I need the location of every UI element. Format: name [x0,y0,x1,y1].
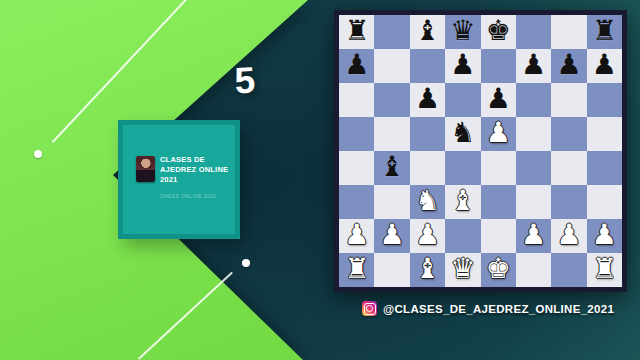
square-d2 [445,219,480,253]
square-f7: ♟ [516,49,551,83]
piece-black-b-c8: ♝ [415,17,440,45]
square-b4: ♝ [374,151,409,185]
square-b6 [374,83,409,117]
square-b3 [374,185,409,219]
square-d3: ♝ [445,185,480,219]
square-c5 [410,117,445,151]
square-a4 [339,151,374,185]
channel-title-line2: AJEDREZ ONLINE [160,165,234,175]
channel-title-line3: 2021 [160,175,234,185]
square-g5 [551,117,586,151]
square-g6 [551,83,586,117]
square-e4 [481,151,516,185]
square-h6 [587,83,622,117]
square-a1: ♜ [339,253,374,287]
piece-white-r-a1: ♜ [344,255,369,283]
piece-white-p-c2: ♟ [415,221,440,249]
square-g2: ♟ [551,219,586,253]
square-e3 [481,185,516,219]
square-d6 [445,83,480,117]
channel-title: CLASES DE AJEDREZ ONLINE 2021 [160,155,234,185]
square-h1: ♜ [587,253,622,287]
square-d4 [445,151,480,185]
square-c1: ♝ [410,253,445,287]
square-a3 [339,185,374,219]
piece-black-p-e6: ♟ [486,85,511,113]
channel-subtitle: CHESS ONLINE 2021 [160,193,234,199]
square-f1 [516,253,551,287]
square-c2: ♟ [410,219,445,253]
square-a8: ♜ [339,15,374,49]
square-h8: ♜ [587,15,622,49]
piece-white-k-e1: ♚ [486,255,511,283]
piece-white-b-c1: ♝ [415,255,440,283]
square-f8 [516,15,551,49]
piece-white-p-b2: ♟ [380,221,405,249]
piece-black-p-h7: ♟ [592,51,617,79]
episode-number: 5 [225,59,265,103]
chess-board: ♜♝♛♚♜♟♟♟♟♟♟♟♞♟♝♞♝♟♟♟♟♟♟♜♝♛♚♜ [339,15,622,287]
piece-black-p-g7: ♟ [556,51,581,79]
chess-board-frame: ♜♝♛♚♜♟♟♟♟♟♟♟♞♟♝♞♝♟♟♟♟♟♟♜♝♛♚♜ [334,10,627,292]
square-c3: ♞ [410,185,445,219]
piece-black-r-a8: ♜ [344,17,369,45]
channel-avatar [136,156,155,182]
square-f5 [516,117,551,151]
piece-black-p-c6: ♟ [415,85,440,113]
square-f2: ♟ [516,219,551,253]
piece-white-p-a2: ♟ [344,221,369,249]
square-d5: ♞ [445,117,480,151]
piece-white-p-h2: ♟ [592,221,617,249]
square-h3 [587,185,622,219]
square-h7: ♟ [587,49,622,83]
piece-white-p-g2: ♟ [556,221,581,249]
square-a7: ♟ [339,49,374,83]
piece-black-r-h8: ♜ [592,17,617,45]
square-d1: ♛ [445,253,480,287]
square-d8: ♛ [445,15,480,49]
piece-white-q-d1: ♛ [450,255,475,283]
square-e7 [481,49,516,83]
square-e2 [481,219,516,253]
square-a5 [339,117,374,151]
square-c7 [410,49,445,83]
piece-black-n-d5: ♞ [450,119,475,147]
square-e5: ♟ [481,117,516,151]
square-b5 [374,117,409,151]
social-footer: @CLASES_DE_AJEDREZ_ONLINE_2021 [362,301,614,316]
piece-white-p-f2: ♟ [521,221,546,249]
piece-black-p-a7: ♟ [344,51,369,79]
channel-title-line1: CLASES DE [160,155,234,165]
piece-black-p-f7: ♟ [521,51,546,79]
square-f3 [516,185,551,219]
square-b2: ♟ [374,219,409,253]
square-g1 [551,253,586,287]
square-g4 [551,151,586,185]
square-h4 [587,151,622,185]
square-e8: ♚ [481,15,516,49]
square-a6 [339,83,374,117]
square-e6: ♟ [481,83,516,117]
decorative-dot-left [34,150,42,158]
square-h5 [587,117,622,151]
piece-white-p-e5: ♟ [486,119,511,147]
piece-white-r-h1: ♜ [592,255,617,283]
piece-black-k-e8: ♚ [486,17,511,45]
square-c4 [410,151,445,185]
square-b1 [374,253,409,287]
square-e1: ♚ [481,253,516,287]
instagram-icon-lens [366,305,372,311]
square-g7: ♟ [551,49,586,83]
piece-white-b-d3: ♝ [450,187,475,215]
square-d7: ♟ [445,49,480,83]
instagram-icon [362,301,377,316]
thumbnail-scene: 5 CLASES DE AJEDREZ ONLINE 2021 CHESS ON… [0,0,640,360]
square-f6 [516,83,551,117]
square-f4 [516,151,551,185]
channel-card: CLASES DE AJEDREZ ONLINE 2021 CHESS ONLI… [118,120,240,239]
decorative-dot-bottom [242,259,250,267]
square-a2: ♟ [339,219,374,253]
square-b8 [374,15,409,49]
square-c8: ♝ [410,15,445,49]
piece-black-b-b4: ♝ [380,153,405,181]
piece-black-q-d8: ♛ [450,17,475,45]
square-c6: ♟ [410,83,445,117]
square-b7 [374,49,409,83]
square-g3 [551,185,586,219]
piece-white-n-c3: ♞ [415,187,440,215]
instagram-handle: @CLASES_DE_AJEDREZ_ONLINE_2021 [383,303,614,315]
square-g8 [551,15,586,49]
square-h2: ♟ [587,219,622,253]
piece-black-p-d7: ♟ [450,51,475,79]
